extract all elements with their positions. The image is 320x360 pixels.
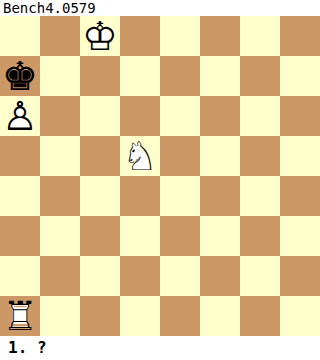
square-a2[interactable] — [0, 256, 40, 296]
square-g6[interactable] — [240, 96, 280, 136]
square-c6[interactable] — [80, 96, 120, 136]
square-f3[interactable] — [200, 216, 240, 256]
square-b1[interactable] — [40, 296, 80, 336]
white-king-piece[interactable]: ♚♔ — [80, 16, 120, 56]
square-d3[interactable] — [120, 216, 160, 256]
move-prompt: 1. ? — [0, 336, 320, 360]
square-e5[interactable] — [160, 136, 200, 176]
square-g2[interactable] — [240, 256, 280, 296]
square-c8[interactable]: ♚♔ — [80, 16, 120, 56]
square-d6[interactable] — [120, 96, 160, 136]
square-h7[interactable] — [280, 56, 320, 96]
white-rook-outline-glyph: ♖ — [0, 296, 40, 336]
square-a6[interactable]: ♟♙ — [0, 96, 40, 136]
square-e3[interactable] — [160, 216, 200, 256]
square-b3[interactable] — [40, 216, 80, 256]
square-c3[interactable] — [80, 216, 120, 256]
square-f6[interactable] — [200, 96, 240, 136]
square-f4[interactable] — [200, 176, 240, 216]
square-g4[interactable] — [240, 176, 280, 216]
white-pawn-outline-glyph: ♙ — [0, 96, 40, 136]
square-c2[interactable] — [80, 256, 120, 296]
square-e8[interactable] — [160, 16, 200, 56]
square-g5[interactable] — [240, 136, 280, 176]
square-d5[interactable]: ♞♘ — [120, 136, 160, 176]
square-b7[interactable] — [40, 56, 80, 96]
square-a1[interactable]: ♜♖ — [0, 296, 40, 336]
square-d2[interactable] — [120, 256, 160, 296]
square-d8[interactable] — [120, 16, 160, 56]
square-a4[interactable] — [0, 176, 40, 216]
white-pawn-piece[interactable]: ♟♙ — [0, 96, 40, 136]
black-king-fill-glyph: ♚ — [0, 56, 40, 96]
white-knight-outline-glyph: ♘ — [120, 136, 160, 176]
white-knight-piece[interactable]: ♞♘ — [120, 136, 160, 176]
square-e4[interactable] — [160, 176, 200, 216]
square-g3[interactable] — [240, 216, 280, 256]
square-e1[interactable] — [160, 296, 200, 336]
black-king-outline-glyph: ♔ — [0, 56, 40, 96]
square-b4[interactable] — [40, 176, 80, 216]
square-h8[interactable] — [280, 16, 320, 56]
square-b5[interactable] — [40, 136, 80, 176]
square-e6[interactable] — [160, 96, 200, 136]
chess-board: ♚♔♚♔♟♙♞♘♜♖ — [0, 16, 320, 336]
square-c5[interactable] — [80, 136, 120, 176]
square-f5[interactable] — [200, 136, 240, 176]
square-b2[interactable] — [40, 256, 80, 296]
square-c4[interactable] — [80, 176, 120, 216]
square-c7[interactable] — [80, 56, 120, 96]
white-king-fill-glyph: ♚ — [80, 16, 120, 56]
square-d4[interactable] — [120, 176, 160, 216]
square-e7[interactable] — [160, 56, 200, 96]
square-g1[interactable] — [240, 296, 280, 336]
white-pawn-fill-glyph: ♟ — [0, 96, 40, 136]
square-a5[interactable] — [0, 136, 40, 176]
square-a3[interactable] — [0, 216, 40, 256]
white-knight-fill-glyph: ♞ — [120, 136, 160, 176]
square-d1[interactable] — [120, 296, 160, 336]
black-king-piece[interactable]: ♚♔ — [0, 56, 40, 96]
square-h2[interactable] — [280, 256, 320, 296]
square-f1[interactable] — [200, 296, 240, 336]
white-rook-fill-glyph: ♜ — [0, 296, 40, 336]
square-f2[interactable] — [200, 256, 240, 296]
square-h1[interactable] — [280, 296, 320, 336]
square-g8[interactable] — [240, 16, 280, 56]
square-f7[interactable] — [200, 56, 240, 96]
square-h4[interactable] — [280, 176, 320, 216]
square-e2[interactable] — [160, 256, 200, 296]
square-h5[interactable] — [280, 136, 320, 176]
white-king-outline-glyph: ♔ — [80, 16, 120, 56]
square-a7[interactable]: ♚♔ — [0, 56, 40, 96]
window-title: Bench4.0579 — [0, 0, 320, 16]
square-c1[interactable] — [80, 296, 120, 336]
square-h3[interactable] — [280, 216, 320, 256]
square-a8[interactable] — [0, 16, 40, 56]
square-g7[interactable] — [240, 56, 280, 96]
square-f8[interactable] — [200, 16, 240, 56]
white-rook-piece[interactable]: ♜♖ — [0, 296, 40, 336]
square-d7[interactable] — [120, 56, 160, 96]
square-b8[interactable] — [40, 16, 80, 56]
square-h6[interactable] — [280, 96, 320, 136]
square-b6[interactable] — [40, 96, 80, 136]
